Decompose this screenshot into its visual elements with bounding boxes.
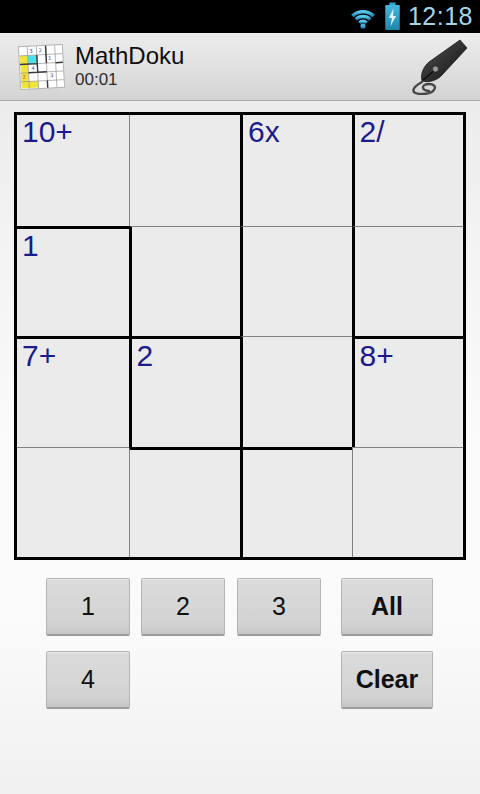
svg-text:3: 3 — [50, 72, 54, 78]
board-cell-r2c1[interactable]: 2 — [129, 336, 241, 447]
svg-text:1: 1 — [48, 54, 52, 60]
app-logo-icon: 321 43 2 — [18, 44, 65, 90]
cage-label: 6x — [248, 115, 280, 150]
board-cell-r2c3[interactable]: 8+ — [352, 336, 464, 447]
svg-text:2: 2 — [38, 47, 42, 53]
board-cell-r1c1[interactable] — [129, 226, 241, 337]
digit-3-button[interactable]: 3 — [237, 578, 321, 636]
board-cell-r1c2[interactable] — [240, 226, 352, 337]
mathdoku-app: 12:18 321 43 — [0, 0, 480, 794]
ink-pen-icon[interactable] — [408, 39, 468, 95]
action-bar: 321 43 2 MathDoku 00:01 — [0, 33, 480, 101]
svg-text:4: 4 — [31, 64, 35, 70]
board-cell-r2c2[interactable] — [240, 336, 352, 447]
svg-text:2: 2 — [22, 73, 26, 79]
board-cell-r0c1[interactable] — [129, 115, 241, 226]
board-cell-r2c0[interactable]: 7+ — [17, 336, 129, 447]
battery-charging-icon — [384, 2, 401, 31]
digit-2-button[interactable]: 2 — [141, 578, 225, 636]
cage-label: 10+ — [22, 115, 73, 150]
board-cell-r1c3[interactable] — [352, 226, 464, 337]
board: 10+6x2/17+28+ — [14, 112, 466, 560]
board-cell-r3c3[interactable] — [352, 447, 464, 558]
game-timer: 00:01 — [75, 70, 408, 90]
svg-text:3: 3 — [29, 47, 33, 53]
cage-label: 2/ — [360, 115, 385, 150]
cage-label: 7+ — [22, 339, 56, 374]
status-clock: 12:18 — [408, 4, 475, 29]
board-cell-r3c0[interactable] — [17, 447, 129, 558]
title-block: MathDoku 00:01 — [75, 43, 408, 90]
board-cell-r0c3[interactable]: 2/ — [352, 115, 464, 226]
board-cell-r3c2[interactable] — [240, 447, 352, 558]
digit-4-button[interactable]: 4 — [46, 651, 130, 709]
cage-label: 8+ — [360, 339, 394, 374]
digit-1-button[interactable]: 1 — [46, 578, 130, 636]
board-cell-r0c2[interactable]: 6x — [240, 115, 352, 226]
cage-label: 2 — [137, 339, 154, 374]
board-cell-r0c0[interactable]: 10+ — [17, 115, 129, 226]
clear-button[interactable]: Clear — [341, 651, 433, 709]
board-cell-r3c1[interactable] — [129, 447, 241, 558]
cage-label: 1 — [22, 229, 39, 264]
status-bar: 12:18 — [0, 0, 480, 33]
board-cell-r1c0[interactable]: 1 — [17, 226, 129, 337]
all-button[interactable]: All — [341, 578, 433, 636]
wifi-icon — [349, 4, 377, 29]
page-title: MathDoku — [75, 43, 408, 69]
